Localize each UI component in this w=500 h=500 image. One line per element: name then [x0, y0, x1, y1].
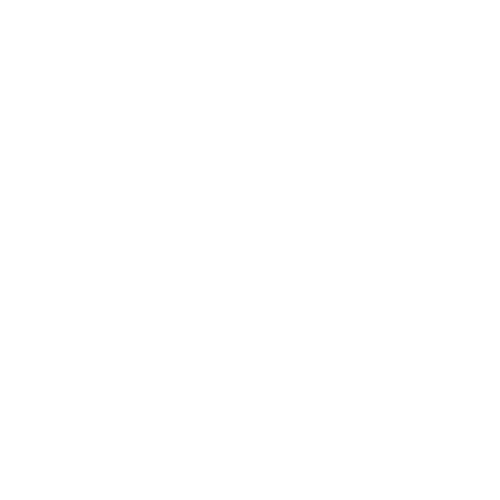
chess-set-photo — [0, 0, 500, 500]
chessboard — [0, 0, 500, 500]
